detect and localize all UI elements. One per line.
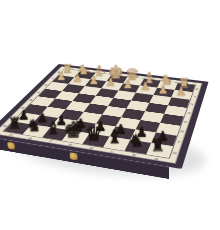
- piece-light-pawn: ♟: [172, 86, 190, 98]
- brass-clasp-icon: [7, 142, 15, 150]
- piece-dark-knight: ♞: [125, 133, 147, 151]
- piece-dark-rook: ♜: [147, 138, 170, 155]
- piece-light-pawn: ♟: [119, 79, 137, 90]
- piece-light-pawn: ♟: [53, 71, 70, 82]
- chess-set-product-photo: hgfedcba hgfedcba 12345678 12345678 ♜♞♝♚…: [0, 0, 220, 230]
- brass-clasp-icon: [70, 152, 78, 160]
- piece-dark-queen: ♛: [83, 123, 105, 144]
- piece-light-pawn: ♟: [136, 81, 154, 92]
- piece-light-pawn: ♟: [85, 75, 103, 86]
- piece-dark-bishop: ♝: [43, 119, 64, 137]
- photo-scene: hgfedcba hgfedcba 12345678 12345678 ♜♞♝♚…: [0, 0, 220, 230]
- piece-dark-king: ♚: [63, 118, 85, 141]
- piece-light-pawn: ♟: [154, 84, 172, 95]
- piece-dark-knight: ♞: [23, 118, 44, 135]
- piece-light-pawn: ♟: [102, 77, 120, 88]
- piece-light-pawn: ♟: [69, 73, 86, 84]
- piece-dark-bishop: ♝: [104, 129, 126, 148]
- chess-board: hgfedcba hgfedcba 12345678 12345678 ♜♞♝♚…: [0, 64, 209, 169]
- piece-dark-rook: ♜: [4, 116, 25, 131]
